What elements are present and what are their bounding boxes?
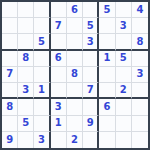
cell-r8c8[interactable] bbox=[116, 116, 132, 132]
cell-r7c5[interactable] bbox=[67, 99, 83, 115]
cell-r8c7[interactable] bbox=[99, 116, 115, 132]
cell-r4c1[interactable] bbox=[2, 51, 18, 67]
cell-r6c6[interactable]: 7 bbox=[83, 83, 99, 99]
cell-r9c2[interactable] bbox=[18, 132, 34, 148]
cell-r7c4[interactable]: 3 bbox=[51, 99, 67, 115]
cell-r8c4[interactable]: 1 bbox=[51, 116, 67, 132]
cell-r5c2[interactable] bbox=[18, 67, 34, 83]
cell-r4c9[interactable] bbox=[132, 51, 148, 67]
cell-r9c7[interactable] bbox=[99, 132, 115, 148]
cell-r7c2[interactable] bbox=[18, 99, 34, 115]
cell-r1c9[interactable]: 4 bbox=[132, 2, 148, 18]
cell-r1c5[interactable]: 6 bbox=[67, 2, 83, 18]
cell-r3c3[interactable]: 5 bbox=[34, 34, 50, 50]
sudoku-board: 65475353886157833172836519932 bbox=[0, 0, 150, 150]
cell-r7c3[interactable] bbox=[34, 99, 50, 115]
cell-r8c9[interactable] bbox=[132, 116, 148, 132]
cell-r4c2[interactable]: 8 bbox=[18, 51, 34, 67]
cell-r8c5[interactable] bbox=[67, 116, 83, 132]
cell-r7c7[interactable]: 6 bbox=[99, 99, 115, 115]
cell-r6c9[interactable] bbox=[132, 83, 148, 99]
cell-r2c2[interactable] bbox=[18, 18, 34, 34]
cell-r9c3[interactable]: 3 bbox=[34, 132, 50, 148]
cell-r9c6[interactable] bbox=[83, 132, 99, 148]
cell-r5c6[interactable] bbox=[83, 67, 99, 83]
cell-r5c4[interactable] bbox=[51, 67, 67, 83]
cell-r9c4[interactable] bbox=[51, 132, 67, 148]
cell-r2c9[interactable] bbox=[132, 18, 148, 34]
cell-r6c2[interactable]: 3 bbox=[18, 83, 34, 99]
cell-r2c1[interactable] bbox=[2, 18, 18, 34]
cell-r4c5[interactable] bbox=[67, 51, 83, 67]
cell-r8c1[interactable] bbox=[2, 116, 18, 132]
cell-r1c1[interactable] bbox=[2, 2, 18, 18]
cell-r1c3[interactable] bbox=[34, 2, 50, 18]
cell-r3c9[interactable]: 8 bbox=[132, 34, 148, 50]
cell-r6c5[interactable] bbox=[67, 83, 83, 99]
cell-r4c8[interactable]: 5 bbox=[116, 51, 132, 67]
cell-r2c6[interactable]: 5 bbox=[83, 18, 99, 34]
cell-r8c3[interactable] bbox=[34, 116, 50, 132]
cell-r1c6[interactable] bbox=[83, 2, 99, 18]
cell-r2c5[interactable] bbox=[67, 18, 83, 34]
cell-r6c7[interactable] bbox=[99, 83, 115, 99]
cell-r5c9[interactable]: 3 bbox=[132, 67, 148, 83]
cell-r5c5[interactable]: 8 bbox=[67, 67, 83, 83]
cell-r3c1[interactable] bbox=[2, 34, 18, 50]
cell-r5c7[interactable] bbox=[99, 67, 115, 83]
cell-r7c9[interactable] bbox=[132, 99, 148, 115]
cell-r3c7[interactable] bbox=[99, 34, 115, 50]
cell-r8c2[interactable]: 5 bbox=[18, 116, 34, 132]
cell-r9c1[interactable]: 9 bbox=[2, 132, 18, 148]
cell-r1c4[interactable] bbox=[51, 2, 67, 18]
cell-r6c1[interactable] bbox=[2, 83, 18, 99]
cell-r7c6[interactable] bbox=[83, 99, 99, 115]
cell-r3c5[interactable] bbox=[67, 34, 83, 50]
cell-r7c8[interactable] bbox=[116, 99, 132, 115]
cell-r9c9[interactable] bbox=[132, 132, 148, 148]
cell-r2c3[interactable] bbox=[34, 18, 50, 34]
cell-r2c7[interactable] bbox=[99, 18, 115, 34]
cell-r5c1[interactable]: 7 bbox=[2, 67, 18, 83]
cell-r6c8[interactable]: 2 bbox=[116, 83, 132, 99]
cell-r8c6[interactable]: 9 bbox=[83, 116, 99, 132]
cell-r2c4[interactable]: 7 bbox=[51, 18, 67, 34]
cell-r1c8[interactable] bbox=[116, 2, 132, 18]
cell-r5c3[interactable] bbox=[34, 67, 50, 83]
cell-r1c7[interactable]: 5 bbox=[99, 2, 115, 18]
cell-r3c4[interactable] bbox=[51, 34, 67, 50]
cell-r3c8[interactable] bbox=[116, 34, 132, 50]
cell-r4c7[interactable]: 1 bbox=[99, 51, 115, 67]
cell-r9c8[interactable] bbox=[116, 132, 132, 148]
cell-r4c4[interactable]: 6 bbox=[51, 51, 67, 67]
cell-r4c6[interactable] bbox=[83, 51, 99, 67]
cell-r6c3[interactable]: 1 bbox=[34, 83, 50, 99]
cell-r2c8[interactable]: 3 bbox=[116, 18, 132, 34]
cell-r9c5[interactable]: 2 bbox=[67, 132, 83, 148]
cell-r5c8[interactable] bbox=[116, 67, 132, 83]
cell-r6c4[interactable] bbox=[51, 83, 67, 99]
cell-r4c3[interactable] bbox=[34, 51, 50, 67]
cell-r1c2[interactable] bbox=[18, 2, 34, 18]
cell-r3c2[interactable] bbox=[18, 34, 34, 50]
cell-r3c6[interactable]: 3 bbox=[83, 34, 99, 50]
cell-r7c1[interactable]: 8 bbox=[2, 99, 18, 115]
